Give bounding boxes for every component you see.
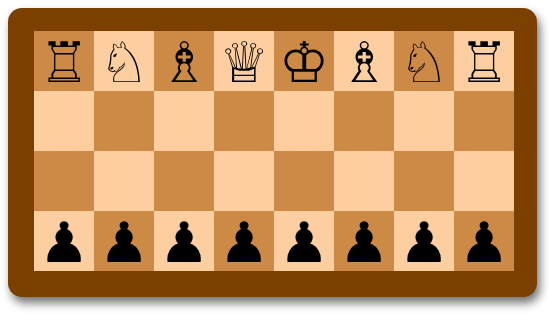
white-knight[interactable]: ♘: [399, 33, 449, 91]
square-c4[interactable]: ♗: [154, 31, 214, 91]
chess-board-frame: ♖♘♗♕♔♗♘♖♟♟♟♟♟♟♟♟: [8, 8, 537, 297]
square-f4[interactable]: ♗: [334, 31, 394, 91]
square-a1[interactable]: ♟: [34, 211, 94, 271]
square-e4[interactable]: ♔: [274, 31, 334, 91]
square-a3[interactable]: [34, 91, 94, 151]
black-pawn[interactable]: ♟: [399, 213, 449, 271]
square-c2[interactable]: [154, 151, 214, 211]
square-a4[interactable]: ♖: [34, 31, 94, 91]
white-knight[interactable]: ♘: [99, 33, 149, 91]
white-king[interactable]: ♔: [279, 33, 329, 91]
square-d3[interactable]: [214, 91, 274, 151]
white-rook[interactable]: ♖: [459, 33, 509, 91]
black-pawn[interactable]: ♟: [279, 213, 329, 271]
square-g4[interactable]: ♘: [394, 31, 454, 91]
square-h1[interactable]: ♟: [454, 211, 514, 271]
square-c3[interactable]: [154, 91, 214, 151]
white-bishop[interactable]: ♗: [159, 33, 209, 91]
square-h4[interactable]: ♖: [454, 31, 514, 91]
square-e2[interactable]: [274, 151, 334, 211]
square-h3[interactable]: [454, 91, 514, 151]
square-b2[interactable]: [94, 151, 154, 211]
square-d1[interactable]: ♟: [214, 211, 274, 271]
square-d2[interactable]: [214, 151, 274, 211]
square-a2[interactable]: [34, 151, 94, 211]
white-rook[interactable]: ♖: [39, 33, 89, 91]
page-background: ♖♘♗♕♔♗♘♖♟♟♟♟♟♟♟♟: [0, 0, 549, 315]
square-b4[interactable]: ♘: [94, 31, 154, 91]
square-b1[interactable]: ♟: [94, 211, 154, 271]
square-h2[interactable]: [454, 151, 514, 211]
square-e3[interactable]: [274, 91, 334, 151]
square-g3[interactable]: [394, 91, 454, 151]
black-pawn[interactable]: ♟: [459, 213, 509, 271]
square-f2[interactable]: [334, 151, 394, 211]
square-f1[interactable]: ♟: [334, 211, 394, 271]
black-pawn[interactable]: ♟: [39, 213, 89, 271]
white-queen[interactable]: ♕: [219, 33, 269, 91]
square-c1[interactable]: ♟: [154, 211, 214, 271]
black-pawn[interactable]: ♟: [99, 213, 149, 271]
square-f3[interactable]: [334, 91, 394, 151]
white-bishop[interactable]: ♗: [339, 33, 389, 91]
black-pawn[interactable]: ♟: [159, 213, 209, 271]
square-e1[interactable]: ♟: [274, 211, 334, 271]
square-g1[interactable]: ♟: [394, 211, 454, 271]
black-pawn[interactable]: ♟: [219, 213, 269, 271]
chess-board[interactable]: ♖♘♗♕♔♗♘♖♟♟♟♟♟♟♟♟: [34, 31, 514, 271]
black-pawn[interactable]: ♟: [339, 213, 389, 271]
square-d4[interactable]: ♕: [214, 31, 274, 91]
square-b3[interactable]: [94, 91, 154, 151]
square-g2[interactable]: [394, 151, 454, 211]
